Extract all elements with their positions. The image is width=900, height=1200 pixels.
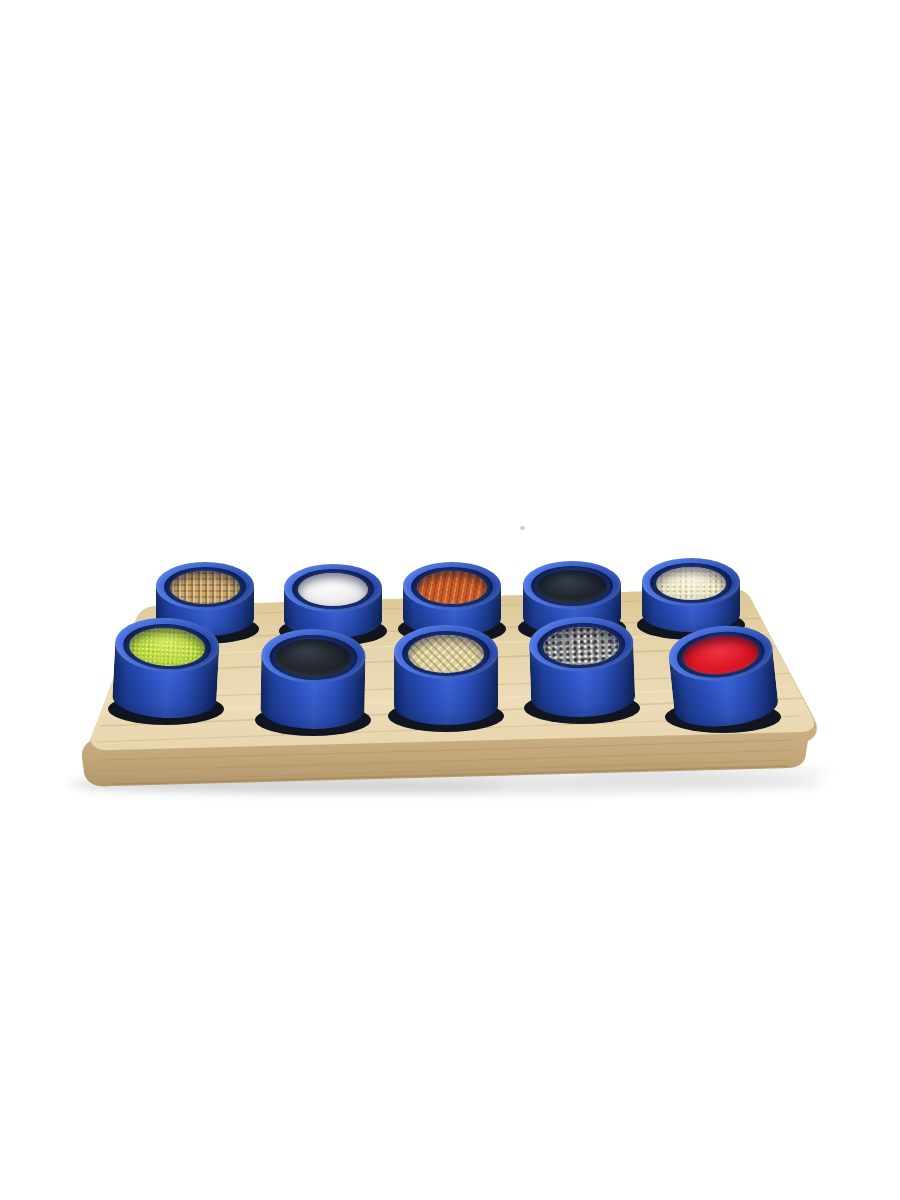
- texture-cup-felt[interactable]: [666, 621, 780, 731]
- texture-cup-silk[interactable]: [284, 564, 382, 638]
- texture-cup-rubber[interactable]: [260, 628, 366, 730]
- texture-pad-velvet: [537, 570, 607, 603]
- texture-pad-silk: [298, 573, 368, 606]
- texture-pad-weave: [408, 635, 484, 673]
- texture-pad-sponge: [656, 567, 726, 600]
- photo-speck: [520, 526, 525, 530]
- texture-pad-burlap: [170, 571, 240, 604]
- texture-cup-bristle[interactable]: [111, 615, 220, 720]
- texture-cup-steelwool[interactable]: [528, 615, 635, 719]
- texture-cup-sponge[interactable]: [642, 558, 740, 632]
- texture-cup-weave[interactable]: [394, 625, 498, 725]
- product-photo-scene: [0, 0, 900, 1200]
- cups-layer: [0, 0, 900, 1200]
- texture-pad-corduroy: [417, 571, 487, 604]
